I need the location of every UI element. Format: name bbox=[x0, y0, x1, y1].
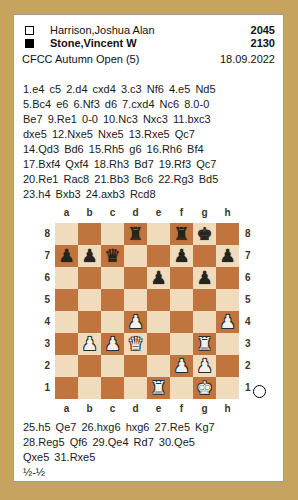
square-g5 bbox=[193, 289, 216, 311]
file-labels-bottom: abcdefgh bbox=[55, 403, 239, 414]
square-e8 bbox=[147, 223, 170, 245]
square-d8: ♜ bbox=[124, 223, 147, 245]
piece-white-pawn: ♟ bbox=[219, 311, 235, 333]
square-e6: ♟ bbox=[147, 267, 170, 289]
square-b3: ♟ bbox=[78, 333, 101, 355]
square-a8 bbox=[55, 223, 78, 245]
file-label-e: e bbox=[147, 207, 170, 218]
piece-black-rook: ♜ bbox=[127, 223, 143, 245]
square-g4 bbox=[193, 311, 216, 333]
square-d6 bbox=[124, 267, 147, 289]
square-h2 bbox=[216, 355, 239, 377]
square-g8: ♚ bbox=[193, 223, 216, 245]
rank-labels-right: 87654321 bbox=[245, 223, 261, 399]
piece-white-rook: ♜ bbox=[150, 377, 166, 399]
piece-black-pawn: ♟ bbox=[58, 245, 74, 267]
square-b5 bbox=[78, 289, 101, 311]
page-background: Harrison,Joshua Alan 2045 Stone,Vincent … bbox=[0, 0, 298, 500]
square-d3: ♛ bbox=[124, 333, 147, 355]
rank-label-8: 8 bbox=[245, 223, 261, 245]
piece-black-pawn: ♟ bbox=[81, 245, 97, 267]
square-g1: ♚ bbox=[193, 377, 216, 399]
square-c4 bbox=[101, 311, 124, 333]
square-d5 bbox=[124, 289, 147, 311]
square-h7: ♟ bbox=[216, 245, 239, 267]
piece-black-pawn: ♟ bbox=[219, 245, 235, 267]
square-a4 bbox=[55, 311, 78, 333]
square-f6 bbox=[170, 267, 193, 289]
square-h6 bbox=[216, 267, 239, 289]
piece-white-pawn: ♟ bbox=[196, 355, 212, 377]
square-b1 bbox=[78, 377, 101, 399]
square-e7 bbox=[147, 245, 170, 267]
file-label-c: c bbox=[101, 403, 124, 414]
file-label-d: d bbox=[124, 403, 147, 414]
rank-label-7: 7 bbox=[34, 245, 50, 267]
square-a2 bbox=[55, 355, 78, 377]
rank-label-8: 8 bbox=[34, 223, 50, 245]
square-a5 bbox=[55, 289, 78, 311]
piece-white-pawn: ♟ bbox=[104, 333, 120, 355]
square-h4: ♟ bbox=[216, 311, 239, 333]
file-label-f: f bbox=[170, 207, 193, 218]
white-to-move-icon bbox=[253, 385, 266, 398]
file-label-g: g bbox=[193, 207, 216, 218]
piece-white-queen: ♛ bbox=[127, 333, 143, 355]
file-label-b: b bbox=[78, 403, 101, 414]
square-f3 bbox=[170, 333, 193, 355]
square-b2 bbox=[78, 355, 101, 377]
moves-line: 25.h5 Qe7 26.hxg6 hxg6 27.Re5 Kg7 bbox=[23, 420, 277, 435]
rank-label-2: 2 bbox=[245, 355, 261, 377]
rank-label-4: 4 bbox=[245, 311, 261, 333]
square-b4 bbox=[78, 311, 101, 333]
file-label-b: b bbox=[78, 207, 101, 218]
square-d2 bbox=[124, 355, 147, 377]
moves-line: 28.Reg5 Qf6 29.Qe4 Rd7 30.Qe5 bbox=[23, 435, 277, 450]
piece-white-king: ♚ bbox=[196, 377, 212, 399]
square-c7: ♛ bbox=[101, 245, 124, 267]
piece-black-rook: ♜ bbox=[173, 223, 189, 245]
rank-label-3: 3 bbox=[34, 333, 50, 355]
square-c1 bbox=[101, 377, 124, 399]
square-a6 bbox=[55, 267, 78, 289]
square-b7: ♟ bbox=[78, 245, 101, 267]
game-result: ½-½ bbox=[23, 465, 277, 480]
square-f5 bbox=[170, 289, 193, 311]
square-f1 bbox=[170, 377, 193, 399]
piece-white-pawn: ♟ bbox=[127, 311, 143, 333]
file-label-f: f bbox=[170, 403, 193, 414]
file-label-a: a bbox=[55, 403, 78, 414]
rank-labels-left: 87654321 bbox=[34, 223, 50, 399]
square-c5 bbox=[101, 289, 124, 311]
square-f8: ♜ bbox=[170, 223, 193, 245]
file-label-h: h bbox=[216, 207, 239, 218]
square-c3: ♟ bbox=[101, 333, 124, 355]
board-diagram: abcdefgh 87654321 ♜♜♚♟♟♛♟♟♟♟♟♟♟♟♛♜♟♟♜♚ 8… bbox=[14, 15, 283, 481]
square-g7 bbox=[193, 245, 216, 267]
piece-black-queen: ♛ bbox=[104, 245, 120, 267]
square-c2 bbox=[101, 355, 124, 377]
rank-label-2: 2 bbox=[34, 355, 50, 377]
rank-label-4: 4 bbox=[34, 311, 50, 333]
square-e4 bbox=[147, 311, 170, 333]
rank-label-1: 1 bbox=[34, 377, 50, 399]
rank-label-7: 7 bbox=[245, 245, 261, 267]
file-label-g: g bbox=[193, 403, 216, 414]
square-a1 bbox=[55, 377, 78, 399]
square-c8 bbox=[101, 223, 124, 245]
piece-black-pawn: ♟ bbox=[150, 267, 166, 289]
square-e1: ♜ bbox=[147, 377, 170, 399]
file-label-d: d bbox=[124, 207, 147, 218]
piece-white-rook: ♜ bbox=[196, 333, 212, 355]
square-b6 bbox=[78, 267, 101, 289]
file-label-e: e bbox=[147, 403, 170, 414]
rank-label-6: 6 bbox=[245, 267, 261, 289]
square-g2: ♟ bbox=[193, 355, 216, 377]
chess-board: ♜♜♚♟♟♛♟♟♟♟♟♟♟♟♛♜♟♟♜♚ bbox=[55, 223, 239, 399]
square-c6 bbox=[101, 267, 124, 289]
rank-label-6: 6 bbox=[34, 267, 50, 289]
square-d1 bbox=[124, 377, 147, 399]
square-f4 bbox=[170, 311, 193, 333]
piece-black-pawn: ♟ bbox=[173, 245, 189, 267]
rank-label-5: 5 bbox=[245, 289, 261, 311]
square-h8 bbox=[216, 223, 239, 245]
square-g3: ♜ bbox=[193, 333, 216, 355]
piece-white-pawn: ♟ bbox=[81, 333, 97, 355]
file-label-a: a bbox=[55, 207, 78, 218]
square-h5 bbox=[216, 289, 239, 311]
square-h1 bbox=[216, 377, 239, 399]
square-h3 bbox=[216, 333, 239, 355]
file-label-c: c bbox=[101, 207, 124, 218]
square-e5 bbox=[147, 289, 170, 311]
rank-label-3: 3 bbox=[245, 333, 261, 355]
square-g6: ♟ bbox=[193, 267, 216, 289]
moves-line: Qxe5 31.Rxe5 bbox=[23, 450, 277, 465]
square-e2 bbox=[147, 355, 170, 377]
square-d7 bbox=[124, 245, 147, 267]
file-labels-top: abcdefgh bbox=[55, 207, 239, 218]
piece-black-king: ♚ bbox=[196, 223, 212, 245]
square-b8 bbox=[78, 223, 101, 245]
piece-black-pawn: ♟ bbox=[196, 267, 212, 289]
square-f7: ♟ bbox=[170, 245, 193, 267]
square-d4: ♟ bbox=[124, 311, 147, 333]
square-f2: ♟ bbox=[170, 355, 193, 377]
square-a7: ♟ bbox=[55, 245, 78, 267]
game-card: Harrison,Joshua Alan 2045 Stone,Vincent … bbox=[13, 14, 284, 482]
square-a3 bbox=[55, 333, 78, 355]
square-e3 bbox=[147, 333, 170, 355]
piece-white-pawn: ♟ bbox=[173, 355, 189, 377]
moves-after-diagram: 25.h5 Qe7 26.hxg6 hxg6 27.Re5 Kg7 28.Reg… bbox=[23, 420, 277, 480]
rank-label-5: 5 bbox=[34, 289, 50, 311]
file-label-h: h bbox=[216, 403, 239, 414]
